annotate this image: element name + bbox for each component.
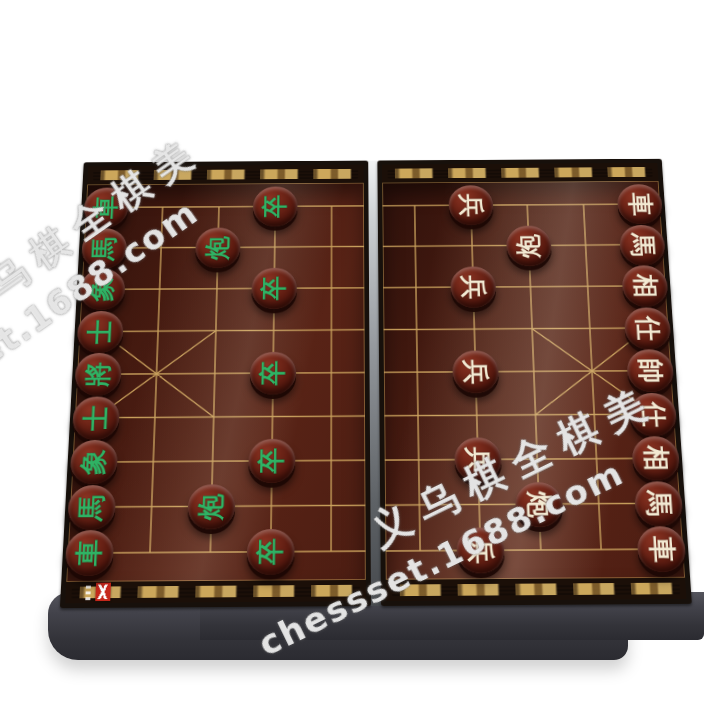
motif-band-right-top xyxy=(382,163,659,183)
grid-lines-left xyxy=(66,183,366,582)
maker-seal xyxy=(95,583,111,602)
product-photo: 車馬象士將士象馬車炮炮卒卒卒卒卒兵兵兵兵兵炮炮車馬相仕帥仕相馬車 义乌棋全棋美 … xyxy=(0,0,704,704)
motif-band-left-top xyxy=(87,165,364,185)
motif-band-left-bottom xyxy=(65,580,366,603)
board-right-half xyxy=(377,159,691,606)
maker-seal-text xyxy=(85,585,91,601)
board-left-half xyxy=(60,161,371,609)
board-field-left xyxy=(66,183,366,582)
grid-lines-right xyxy=(382,181,685,580)
xiangqi-board: 車馬象士將士象馬車炮炮卒卒卒卒卒兵兵兵兵兵炮炮車馬相仕帥仕相馬車 xyxy=(60,159,692,608)
motif-band-right-bottom xyxy=(386,578,687,601)
board-field-right xyxy=(382,181,685,580)
